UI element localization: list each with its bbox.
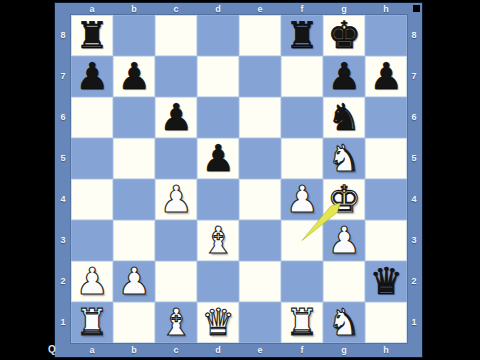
piece-black-pawn-a7[interactable]: ♟ (71, 56, 113, 97)
square-a3[interactable] (71, 220, 113, 261)
square-b1[interactable] (113, 302, 155, 343)
square-h4[interactable] (365, 179, 407, 220)
square-a5[interactable] (71, 138, 113, 179)
piece-white-king-g4[interactable]: ♚ (323, 179, 365, 220)
square-d8[interactable] (197, 15, 239, 56)
rank-label-6: 6 (406, 97, 422, 138)
square-d7[interactable] (197, 56, 239, 97)
square-a4[interactable] (71, 179, 113, 220)
rank-label-5: 5 (406, 138, 422, 179)
rank-labels-right: 87654321 (406, 15, 422, 343)
piece-white-bishop-c1[interactable]: ♝ (155, 302, 197, 343)
rank-label-5: 5 (55, 138, 71, 179)
file-label-a: a (71, 343, 113, 357)
rank-label-3: 3 (406, 220, 422, 261)
square-e3[interactable] (239, 220, 281, 261)
piece-black-pawn-h7[interactable]: ♟ (365, 56, 407, 97)
corner-logo-icon: Q (48, 345, 56, 355)
square-b4[interactable] (113, 179, 155, 220)
square-c7[interactable] (155, 56, 197, 97)
rank-label-7: 7 (55, 56, 71, 97)
file-label-d: d (197, 3, 239, 15)
file-label-e: e (239, 343, 281, 357)
square-h6[interactable] (365, 97, 407, 138)
piece-white-knight-g5[interactable]: ♞ (323, 138, 365, 179)
rank-labels-left: 87654321 (55, 15, 71, 343)
file-label-h: h (365, 3, 407, 15)
piece-black-king-g8[interactable]: ♚ (323, 15, 365, 56)
square-c2[interactable] (155, 261, 197, 302)
square-f5[interactable] (281, 138, 323, 179)
square-a6[interactable] (71, 97, 113, 138)
square-c3[interactable] (155, 220, 197, 261)
file-label-c: c (155, 343, 197, 357)
file-label-b: b (113, 343, 155, 357)
rank-label-1: 1 (55, 302, 71, 343)
piece-white-pawn-c4[interactable]: ♟ (155, 179, 197, 220)
piece-black-rook-f8[interactable]: ♜ (281, 15, 323, 56)
file-labels-bottom: abcdefgh (71, 343, 407, 357)
square-h5[interactable] (365, 138, 407, 179)
rank-label-8: 8 (406, 15, 422, 56)
piece-black-queen-h2[interactable]: ♛ (365, 261, 407, 302)
piece-white-queen-d1[interactable]: ♛ (197, 302, 239, 343)
square-c5[interactable] (155, 138, 197, 179)
square-b8[interactable] (113, 15, 155, 56)
rank-label-7: 7 (406, 56, 422, 97)
file-label-b: b (113, 3, 155, 15)
piece-black-pawn-b7[interactable]: ♟ (113, 56, 155, 97)
corner-mark (413, 5, 420, 12)
square-g2[interactable] (323, 261, 365, 302)
piece-white-rook-f1[interactable]: ♜ (281, 302, 323, 343)
piece-white-pawn-b2[interactable]: ♟ (113, 261, 155, 302)
square-e8[interactable] (239, 15, 281, 56)
square-d2[interactable] (197, 261, 239, 302)
rank-label-4: 4 (55, 179, 71, 220)
rank-label-3: 3 (55, 220, 71, 261)
square-f3[interactable] (281, 220, 323, 261)
square-h3[interactable] (365, 220, 407, 261)
square-f2[interactable] (281, 261, 323, 302)
square-e1[interactable] (239, 302, 281, 343)
square-h1[interactable] (365, 302, 407, 343)
square-f7[interactable] (281, 56, 323, 97)
rank-label-4: 4 (406, 179, 422, 220)
square-b5[interactable] (113, 138, 155, 179)
piece-black-rook-a8[interactable]: ♜ (71, 15, 113, 56)
square-e6[interactable] (239, 97, 281, 138)
piece-black-pawn-d5[interactable]: ♟ (197, 138, 239, 179)
rank-label-6: 6 (55, 97, 71, 138)
piece-white-knight-g1[interactable]: ♞ (323, 302, 365, 343)
square-f6[interactable] (281, 97, 323, 138)
file-label-d: d (197, 343, 239, 357)
file-label-g: g (323, 343, 365, 357)
piece-black-pawn-g7[interactable]: ♟ (323, 56, 365, 97)
piece-white-bishop-d3[interactable]: ♝ (197, 220, 239, 261)
rank-label-1: 1 (406, 302, 422, 343)
square-e7[interactable] (239, 56, 281, 97)
square-e2[interactable] (239, 261, 281, 302)
file-label-c: c (155, 3, 197, 15)
square-b6[interactable] (113, 97, 155, 138)
piece-white-pawn-a2[interactable]: ♟ (71, 261, 113, 302)
square-e4[interactable] (239, 179, 281, 220)
square-d4[interactable] (197, 179, 239, 220)
file-label-f: f (281, 343, 323, 357)
chess-board-widget: abcdefgh abcdefgh 87654321 87654321 Q ♜♜… (54, 2, 423, 358)
file-label-e: e (239, 3, 281, 15)
rank-label-2: 2 (406, 261, 422, 302)
piece-black-knight-g6[interactable]: ♞ (323, 97, 365, 138)
square-b3[interactable] (113, 220, 155, 261)
piece-white-rook-a1[interactable]: ♜ (71, 302, 113, 343)
square-c8[interactable] (155, 15, 197, 56)
square-d6[interactable] (197, 97, 239, 138)
piece-white-pawn-g3[interactable]: ♟ (323, 220, 365, 261)
piece-black-pawn-c6[interactable]: ♟ (155, 97, 197, 138)
rank-label-2: 2 (55, 261, 71, 302)
file-label-h: h (365, 343, 407, 357)
rank-label-8: 8 (55, 15, 71, 56)
square-h8[interactable] (365, 15, 407, 56)
square-e5[interactable] (239, 138, 281, 179)
piece-white-pawn-f4[interactable]: ♟ (281, 179, 323, 220)
